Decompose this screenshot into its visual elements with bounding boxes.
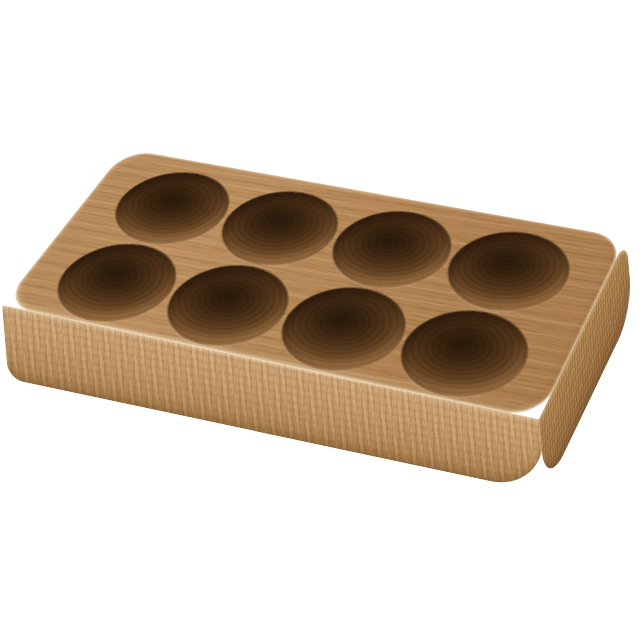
- product-photo-scene: [0, 0, 640, 640]
- mancala-board: [0, 0, 640, 640]
